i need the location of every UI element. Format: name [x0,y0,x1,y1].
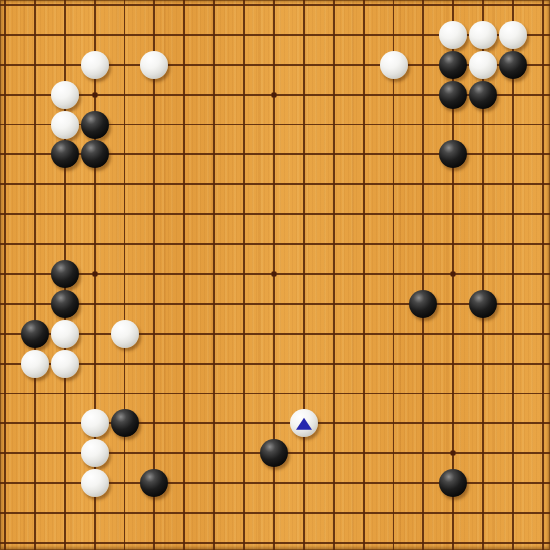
intersection-O12[interactable] [379,199,409,229]
intersection-A1[interactable] [0,528,20,550]
intersection-T4[interactable] [528,438,550,468]
intersection-K19[interactable] [259,0,289,20]
intersection-N14[interactable] [349,139,379,169]
intersection-L8[interactable] [289,319,319,349]
intersection-M6[interactable] [319,379,349,409]
intersection-R11[interactable] [468,229,498,259]
intersection-N5[interactable] [349,408,379,438]
intersection-J17[interactable] [229,50,259,80]
intersection-C11[interactable] [50,229,80,259]
intersection-L2[interactable] [289,498,319,528]
intersection-F4[interactable] [139,438,169,468]
intersection-T14[interactable] [528,139,550,169]
intersection-L7[interactable] [289,349,319,379]
intersection-A18[interactable] [0,20,20,50]
intersection-E9[interactable] [110,289,140,319]
intersection-P2[interactable] [408,498,438,528]
intersection-O6[interactable] [379,379,409,409]
intersection-D3[interactable] [80,468,110,498]
intersection-Q17[interactable] [438,50,468,80]
intersection-M16[interactable] [319,80,349,110]
intersection-R13[interactable] [468,169,498,199]
intersection-D15[interactable] [80,110,110,140]
intersection-M13[interactable] [319,169,349,199]
intersection-E18[interactable] [110,20,140,50]
intersection-S7[interactable] [498,349,528,379]
intersection-Q3[interactable] [438,468,468,498]
intersection-J13[interactable] [229,169,259,199]
intersection-J19[interactable] [229,0,259,20]
intersection-R7[interactable] [468,349,498,379]
intersection-N1[interactable] [349,528,379,550]
intersection-B15[interactable] [20,110,50,140]
intersection-C6[interactable] [50,379,80,409]
intersection-A10[interactable] [0,259,20,289]
intersection-P5[interactable] [408,408,438,438]
intersection-M1[interactable] [319,528,349,550]
intersection-D9[interactable] [80,289,110,319]
intersection-N11[interactable] [349,229,379,259]
intersection-A9[interactable] [0,289,20,319]
intersection-E5[interactable] [110,408,140,438]
intersection-N3[interactable] [349,468,379,498]
intersection-E13[interactable] [110,169,140,199]
intersection-D18[interactable] [80,20,110,50]
intersection-E2[interactable] [110,498,140,528]
intersection-S3[interactable] [498,468,528,498]
intersection-S13[interactable] [498,169,528,199]
intersection-Q5[interactable] [438,408,468,438]
intersection-G2[interactable] [169,498,199,528]
intersection-N15[interactable] [349,110,379,140]
intersection-P4[interactable] [408,438,438,468]
intersection-N17[interactable] [349,50,379,80]
intersection-A15[interactable] [0,110,20,140]
intersection-R19[interactable] [468,0,498,20]
intersection-G13[interactable] [169,169,199,199]
intersection-J5[interactable] [229,408,259,438]
intersection-B17[interactable] [20,50,50,80]
intersection-K12[interactable] [259,199,289,229]
intersection-J12[interactable] [229,199,259,229]
intersection-J15[interactable] [229,110,259,140]
intersection-R18[interactable] [468,20,498,50]
intersection-O4[interactable] [379,438,409,468]
intersection-F3[interactable] [139,468,169,498]
intersection-M8[interactable] [319,319,349,349]
intersection-F6[interactable] [139,379,169,409]
intersection-D19[interactable] [80,0,110,20]
intersection-J11[interactable] [229,229,259,259]
intersection-A12[interactable] [0,199,20,229]
intersection-E19[interactable] [110,0,140,20]
intersection-G19[interactable] [169,0,199,20]
intersection-D4[interactable] [80,438,110,468]
intersection-E1[interactable] [110,528,140,550]
intersection-F17[interactable] [139,50,169,80]
intersection-C9[interactable] [50,289,80,319]
intersection-L11[interactable] [289,229,319,259]
intersection-T7[interactable] [528,349,550,379]
intersection-S4[interactable] [498,438,528,468]
intersection-Q19[interactable] [438,0,468,20]
intersection-S6[interactable] [498,379,528,409]
intersection-O15[interactable] [379,110,409,140]
intersection-D10[interactable] [80,259,110,289]
intersection-H16[interactable] [199,80,229,110]
intersection-A4[interactable] [0,438,20,468]
intersection-E10[interactable] [110,259,140,289]
intersection-S9[interactable] [498,289,528,319]
intersection-J9[interactable] [229,289,259,319]
intersection-B14[interactable] [20,139,50,169]
intersection-E15[interactable] [110,110,140,140]
intersection-P8[interactable] [408,319,438,349]
intersection-Q7[interactable] [438,349,468,379]
intersection-Q1[interactable] [438,528,468,550]
intersection-G8[interactable] [169,319,199,349]
intersection-E12[interactable] [110,199,140,229]
intersection-P12[interactable] [408,199,438,229]
intersection-P1[interactable] [408,528,438,550]
intersection-J3[interactable] [229,468,259,498]
intersection-C4[interactable] [50,438,80,468]
intersection-K11[interactable] [259,229,289,259]
intersection-A13[interactable] [0,169,20,199]
intersection-O1[interactable] [379,528,409,550]
intersection-B11[interactable] [20,229,50,259]
intersection-M17[interactable] [319,50,349,80]
intersection-L17[interactable] [289,50,319,80]
intersection-N4[interactable] [349,438,379,468]
intersection-T13[interactable] [528,169,550,199]
intersection-R3[interactable] [468,468,498,498]
intersection-Q14[interactable] [438,139,468,169]
intersection-G16[interactable] [169,80,199,110]
intersection-T8[interactable] [528,319,550,349]
intersection-K6[interactable] [259,379,289,409]
intersection-H3[interactable] [199,468,229,498]
intersection-A2[interactable] [0,498,20,528]
intersection-B6[interactable] [20,379,50,409]
intersection-G4[interactable] [169,438,199,468]
intersection-K4[interactable] [259,438,289,468]
intersection-A8[interactable] [0,319,20,349]
intersection-C12[interactable] [50,199,80,229]
intersection-L19[interactable] [289,0,319,20]
intersection-A16[interactable] [0,80,20,110]
intersection-D12[interactable] [80,199,110,229]
intersection-D7[interactable] [80,349,110,379]
intersection-M4[interactable] [319,438,349,468]
intersection-P16[interactable] [408,80,438,110]
intersection-G18[interactable] [169,20,199,50]
intersection-M11[interactable] [319,229,349,259]
intersection-T3[interactable] [528,468,550,498]
intersection-T1[interactable] [528,528,550,550]
intersection-M2[interactable] [319,498,349,528]
intersection-C17[interactable] [50,50,80,80]
intersection-A14[interactable] [0,139,20,169]
intersection-L16[interactable] [289,80,319,110]
intersection-A5[interactable] [0,408,20,438]
intersection-L12[interactable] [289,199,319,229]
intersection-B18[interactable] [20,20,50,50]
intersection-J16[interactable] [229,80,259,110]
intersection-G12[interactable] [169,199,199,229]
intersection-H8[interactable] [199,319,229,349]
intersection-G3[interactable] [169,468,199,498]
intersection-R12[interactable] [468,199,498,229]
intersection-K18[interactable] [259,20,289,50]
intersection-M19[interactable] [319,0,349,20]
intersection-A6[interactable] [0,379,20,409]
intersection-B13[interactable] [20,169,50,199]
intersection-R5[interactable] [468,408,498,438]
intersection-H17[interactable] [199,50,229,80]
intersection-A17[interactable] [0,50,20,80]
intersection-R16[interactable] [468,80,498,110]
intersection-F12[interactable] [139,199,169,229]
intersection-B8[interactable] [20,319,50,349]
intersection-D1[interactable] [80,528,110,550]
intersection-H19[interactable] [199,0,229,20]
intersection-Q12[interactable] [438,199,468,229]
intersection-K10[interactable] [259,259,289,289]
intersection-R10[interactable] [468,259,498,289]
intersection-J18[interactable] [229,20,259,50]
intersection-H10[interactable] [199,259,229,289]
intersection-T11[interactable] [528,229,550,259]
intersection-F16[interactable] [139,80,169,110]
intersection-O3[interactable] [379,468,409,498]
intersection-Q2[interactable] [438,498,468,528]
intersection-M15[interactable] [319,110,349,140]
intersection-G6[interactable] [169,379,199,409]
intersection-Q18[interactable] [438,20,468,50]
intersection-O14[interactable] [379,139,409,169]
intersection-C18[interactable] [50,20,80,50]
intersection-S1[interactable] [498,528,528,550]
intersection-N8[interactable] [349,319,379,349]
intersection-M5[interactable] [319,408,349,438]
intersection-B1[interactable] [20,528,50,550]
intersection-T18[interactable] [528,20,550,50]
intersection-L1[interactable] [289,528,319,550]
intersection-E8[interactable] [110,319,140,349]
intersection-C15[interactable] [50,110,80,140]
intersection-D14[interactable] [80,139,110,169]
intersection-F2[interactable] [139,498,169,528]
intersection-F11[interactable] [139,229,169,259]
intersection-C19[interactable] [50,0,80,20]
intersection-F18[interactable] [139,20,169,50]
intersection-J14[interactable] [229,139,259,169]
intersection-R2[interactable] [468,498,498,528]
intersection-O17[interactable] [379,50,409,80]
intersection-N13[interactable] [349,169,379,199]
intersection-K3[interactable] [259,468,289,498]
intersection-T17[interactable] [528,50,550,80]
intersection-P11[interactable] [408,229,438,259]
intersection-S8[interactable] [498,319,528,349]
intersection-L9[interactable] [289,289,319,319]
intersection-T10[interactable] [528,259,550,289]
intersection-M7[interactable] [319,349,349,379]
intersection-O11[interactable] [379,229,409,259]
intersection-K13[interactable] [259,169,289,199]
intersection-O16[interactable] [379,80,409,110]
intersection-G14[interactable] [169,139,199,169]
intersection-P7[interactable] [408,349,438,379]
intersection-E16[interactable] [110,80,140,110]
intersection-J1[interactable] [229,528,259,550]
intersection-K7[interactable] [259,349,289,379]
intersection-L18[interactable] [289,20,319,50]
intersection-R17[interactable] [468,50,498,80]
intersection-P17[interactable] [408,50,438,80]
intersection-P3[interactable] [408,468,438,498]
intersection-R9[interactable] [468,289,498,319]
intersection-K9[interactable] [259,289,289,319]
intersection-G5[interactable] [169,408,199,438]
intersection-P15[interactable] [408,110,438,140]
intersection-K8[interactable] [259,319,289,349]
intersection-L5[interactable] [289,408,319,438]
intersection-S12[interactable] [498,199,528,229]
intersection-B10[interactable] [20,259,50,289]
intersection-H7[interactable] [199,349,229,379]
intersection-P18[interactable] [408,20,438,50]
intersection-Q9[interactable] [438,289,468,319]
intersection-G7[interactable] [169,349,199,379]
intersection-Q4[interactable] [438,438,468,468]
intersection-N9[interactable] [349,289,379,319]
intersection-A19[interactable] [0,0,20,20]
intersection-C13[interactable] [50,169,80,199]
intersection-R6[interactable] [468,379,498,409]
intersection-O13[interactable] [379,169,409,199]
intersection-K17[interactable] [259,50,289,80]
intersection-F7[interactable] [139,349,169,379]
intersection-P6[interactable] [408,379,438,409]
intersection-K16[interactable] [259,80,289,110]
intersection-E6[interactable] [110,379,140,409]
intersection-N16[interactable] [349,80,379,110]
intersection-M12[interactable] [319,199,349,229]
intersection-S5[interactable] [498,408,528,438]
intersection-S18[interactable] [498,20,528,50]
intersection-L13[interactable] [289,169,319,199]
intersection-B9[interactable] [20,289,50,319]
intersection-L4[interactable] [289,438,319,468]
intersection-D16[interactable] [80,80,110,110]
intersection-F14[interactable] [139,139,169,169]
intersection-C14[interactable] [50,139,80,169]
intersection-G10[interactable] [169,259,199,289]
intersection-C7[interactable] [50,349,80,379]
intersection-E7[interactable] [110,349,140,379]
intersection-F5[interactable] [139,408,169,438]
intersection-F19[interactable] [139,0,169,20]
intersection-Q11[interactable] [438,229,468,259]
intersection-N12[interactable] [349,199,379,229]
intersection-C16[interactable] [50,80,80,110]
intersection-F9[interactable] [139,289,169,319]
intersection-Q15[interactable] [438,110,468,140]
intersection-D5[interactable] [80,408,110,438]
intersection-H2[interactable] [199,498,229,528]
intersection-D11[interactable] [80,229,110,259]
intersection-T9[interactable] [528,289,550,319]
intersection-O5[interactable] [379,408,409,438]
intersection-H13[interactable] [199,169,229,199]
intersection-C10[interactable] [50,259,80,289]
intersection-M14[interactable] [319,139,349,169]
intersection-H4[interactable] [199,438,229,468]
intersection-B5[interactable] [20,408,50,438]
intersection-T2[interactable] [528,498,550,528]
intersection-B16[interactable] [20,80,50,110]
intersection-L15[interactable] [289,110,319,140]
intersection-K5[interactable] [259,408,289,438]
intersection-E11[interactable] [110,229,140,259]
intersection-O10[interactable] [379,259,409,289]
intersection-G9[interactable] [169,289,199,319]
intersection-T15[interactable] [528,110,550,140]
intersection-M9[interactable] [319,289,349,319]
intersection-F13[interactable] [139,169,169,199]
intersection-M18[interactable] [319,20,349,50]
intersection-C3[interactable] [50,468,80,498]
intersection-H9[interactable] [199,289,229,319]
intersection-S11[interactable] [498,229,528,259]
intersection-S2[interactable] [498,498,528,528]
intersection-E4[interactable] [110,438,140,468]
intersection-K1[interactable] [259,528,289,550]
intersection-H18[interactable] [199,20,229,50]
intersection-A11[interactable] [0,229,20,259]
intersection-T12[interactable] [528,199,550,229]
intersection-S10[interactable] [498,259,528,289]
intersection-Q13[interactable] [438,169,468,199]
intersection-M3[interactable] [319,468,349,498]
intersection-R15[interactable] [468,110,498,140]
intersection-H5[interactable] [199,408,229,438]
intersection-B19[interactable] [20,0,50,20]
intersection-P10[interactable] [408,259,438,289]
intersection-N2[interactable] [349,498,379,528]
intersection-D6[interactable] [80,379,110,409]
intersection-J7[interactable] [229,349,259,379]
intersection-T5[interactable] [528,408,550,438]
intersection-T16[interactable] [528,80,550,110]
intersection-C8[interactable] [50,319,80,349]
intersection-O19[interactable] [379,0,409,20]
intersection-F10[interactable] [139,259,169,289]
intersection-A3[interactable] [0,468,20,498]
intersection-N10[interactable] [349,259,379,289]
intersection-L3[interactable] [289,468,319,498]
intersection-A7[interactable] [0,349,20,379]
intersection-H6[interactable] [199,379,229,409]
intersection-G1[interactable] [169,528,199,550]
intersection-H15[interactable] [199,110,229,140]
intersection-R4[interactable] [468,438,498,468]
intersection-Q8[interactable] [438,319,468,349]
intersection-J8[interactable] [229,319,259,349]
intersection-O9[interactable] [379,289,409,319]
